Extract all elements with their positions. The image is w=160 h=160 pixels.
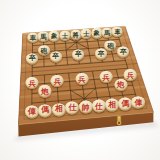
xiangqi-piece-black-soldier[interactable]: 卒 (72, 50, 84, 61)
xiangqi-piece-black-soldier[interactable]: 卒 (117, 47, 129, 58)
xiangqi-piece-black-soldier[interactable]: 卒 (95, 48, 107, 59)
xiangqi-piece-black-cannon[interactable]: 砲 (38, 45, 50, 56)
xiangqi-piece-red-horse[interactable]: 傌 (118, 97, 132, 110)
xiangqi-piece-black-cannon[interactable]: 砲 (105, 40, 117, 51)
xiangqi-piece-red-soldier[interactable]: 兵 (124, 69, 137, 81)
product-photo-scene: 車馬象士將士象馬車砲砲卒卒卒卒卒兵兵兵兵兵炮炮俥傌相仕帥仕相傌俥 (0, 0, 160, 160)
xiangqi-piece-black-chariot[interactable]: 車 (27, 33, 38, 44)
xiangqi-piece-red-soldier[interactable]: 兵 (75, 73, 88, 85)
xiangqi-piece-red-soldier[interactable]: 兵 (100, 71, 113, 83)
xiangqi-piece-red-advisor[interactable]: 仕 (92, 100, 106, 113)
xiangqi-piece-red-chariot[interactable]: 俥 (131, 96, 145, 109)
xiangqi-piece-red-general[interactable]: 帥 (79, 101, 93, 114)
xiangqi-piece-red-soldier[interactable]: 兵 (51, 75, 64, 87)
xiangqi-piece-red-elephant[interactable]: 相 (105, 98, 119, 111)
